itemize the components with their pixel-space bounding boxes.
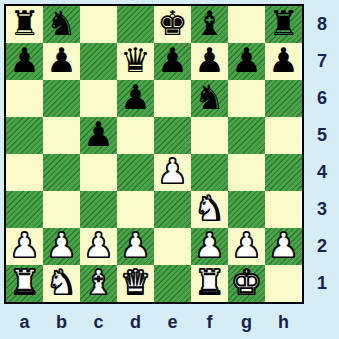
- square-f3[interactable]: ♞: [191, 191, 228, 228]
- rank-label-2: 2: [307, 228, 337, 265]
- square-e1[interactable]: [154, 265, 191, 302]
- square-g2[interactable]: ♟: [228, 228, 265, 265]
- square-b5[interactable]: [43, 117, 80, 154]
- file-label-a: a: [6, 307, 43, 337]
- square-h7[interactable]: ♟: [265, 43, 302, 80]
- black-pawn[interactable]: ♟: [157, 42, 187, 79]
- file-label-h: h: [265, 307, 302, 337]
- white-king[interactable]: ♚: [231, 264, 261, 301]
- square-e6[interactable]: [154, 80, 191, 117]
- white-rook[interactable]: ♜: [9, 264, 39, 301]
- rank-label-1: 1: [307, 265, 337, 302]
- square-a5[interactable]: [6, 117, 43, 154]
- square-c4[interactable]: [80, 154, 117, 191]
- black-pawn[interactable]: ♟: [120, 79, 150, 116]
- file-label-b: b: [43, 307, 80, 337]
- square-e7[interactable]: ♟: [154, 43, 191, 80]
- square-c1[interactable]: ♝: [80, 265, 117, 302]
- square-g6[interactable]: [228, 80, 265, 117]
- black-pawn[interactable]: ♟: [46, 42, 76, 79]
- square-d1[interactable]: ♛: [117, 265, 154, 302]
- square-d8[interactable]: [117, 6, 154, 43]
- white-bishop[interactable]: ♝: [83, 264, 113, 301]
- white-pawn[interactable]: ♟: [9, 227, 39, 264]
- square-a8[interactable]: ♜: [6, 6, 43, 43]
- square-a6[interactable]: [6, 80, 43, 117]
- black-rook[interactable]: ♜: [9, 5, 39, 42]
- square-b8[interactable]: ♞: [43, 6, 80, 43]
- white-knight[interactable]: ♞: [194, 190, 224, 227]
- white-queen[interactable]: ♛: [120, 264, 150, 301]
- file-label-e: e: [154, 307, 191, 337]
- square-f7[interactable]: ♟: [191, 43, 228, 80]
- square-f8[interactable]: ♝: [191, 6, 228, 43]
- square-g3[interactable]: [228, 191, 265, 228]
- white-pawn[interactable]: ♟: [194, 227, 224, 264]
- board-frame: ♜♞♚♝♜♟♟♛♟♟♟♟♟♞♟♟♞♟♟♟♟♟♟♟♜♞♝♛♜♚: [4, 4, 304, 304]
- square-b4[interactable]: [43, 154, 80, 191]
- square-d4[interactable]: [117, 154, 154, 191]
- square-e2[interactable]: [154, 228, 191, 265]
- square-g5[interactable]: [228, 117, 265, 154]
- square-d5[interactable]: [117, 117, 154, 154]
- square-b1[interactable]: ♞: [43, 265, 80, 302]
- black-pawn[interactable]: ♟: [9, 42, 39, 79]
- square-h4[interactable]: [265, 154, 302, 191]
- square-a1[interactable]: ♜: [6, 265, 43, 302]
- white-pawn[interactable]: ♟: [120, 227, 150, 264]
- black-rook[interactable]: ♜: [268, 5, 298, 42]
- chess-diagram: ♜♞♚♝♜♟♟♛♟♟♟♟♟♞♟♟♞♟♟♟♟♟♟♟♜♞♝♛♜♚ abcdefgh …: [0, 0, 339, 339]
- square-f1[interactable]: ♜: [191, 265, 228, 302]
- square-c5[interactable]: ♟: [80, 117, 117, 154]
- rank-label-6: 6: [307, 80, 337, 117]
- file-label-f: f: [191, 307, 228, 337]
- square-h1[interactable]: [265, 265, 302, 302]
- black-bishop[interactable]: ♝: [194, 5, 224, 42]
- square-e3[interactable]: [154, 191, 191, 228]
- square-f2[interactable]: ♟: [191, 228, 228, 265]
- rank-label-4: 4: [307, 154, 337, 191]
- square-f4[interactable]: [191, 154, 228, 191]
- square-c6[interactable]: [80, 80, 117, 117]
- file-label-c: c: [80, 307, 117, 337]
- square-e5[interactable]: [154, 117, 191, 154]
- white-pawn[interactable]: ♟: [83, 227, 113, 264]
- white-pawn[interactable]: ♟: [46, 227, 76, 264]
- square-h6[interactable]: [265, 80, 302, 117]
- square-g4[interactable]: [228, 154, 265, 191]
- square-a7[interactable]: ♟: [6, 43, 43, 80]
- white-pawn[interactable]: ♟: [231, 227, 261, 264]
- black-knight[interactable]: ♞: [194, 79, 224, 116]
- square-h8[interactable]: ♜: [265, 6, 302, 43]
- square-c8[interactable]: [80, 6, 117, 43]
- rank-label-3: 3: [307, 191, 337, 228]
- square-g8[interactable]: [228, 6, 265, 43]
- white-pawn[interactable]: ♟: [268, 227, 298, 264]
- square-d3[interactable]: [117, 191, 154, 228]
- square-f6[interactable]: ♞: [191, 80, 228, 117]
- square-d6[interactable]: ♟: [117, 80, 154, 117]
- chess-board: ♜♞♚♝♜♟♟♛♟♟♟♟♟♞♟♟♞♟♟♟♟♟♟♟♜♞♝♛♜♚: [6, 6, 302, 302]
- square-c3[interactable]: [80, 191, 117, 228]
- square-f5[interactable]: [191, 117, 228, 154]
- file-label-g: g: [228, 307, 265, 337]
- rank-label-8: 8: [307, 6, 337, 43]
- white-rook[interactable]: ♜: [194, 264, 224, 301]
- square-a4[interactable]: [6, 154, 43, 191]
- square-b6[interactable]: [43, 80, 80, 117]
- square-c7[interactable]: [80, 43, 117, 80]
- black-pawn[interactable]: ♟: [231, 42, 261, 79]
- square-d2[interactable]: ♟: [117, 228, 154, 265]
- square-c2[interactable]: ♟: [80, 228, 117, 265]
- square-e8[interactable]: ♚: [154, 6, 191, 43]
- black-knight[interactable]: ♞: [46, 5, 76, 42]
- square-g7[interactable]: ♟: [228, 43, 265, 80]
- square-h5[interactable]: [265, 117, 302, 154]
- white-pawn[interactable]: ♟: [157, 153, 187, 190]
- black-pawn[interactable]: ♟: [194, 42, 224, 79]
- black-queen[interactable]: ♛: [120, 42, 150, 79]
- black-pawn[interactable]: ♟: [268, 42, 298, 79]
- square-b2[interactable]: ♟: [43, 228, 80, 265]
- square-h3[interactable]: [265, 191, 302, 228]
- file-labels: abcdefgh: [6, 307, 302, 337]
- square-a3[interactable]: [6, 191, 43, 228]
- square-g1[interactable]: ♚: [228, 265, 265, 302]
- square-b7[interactable]: ♟: [43, 43, 80, 80]
- rank-labels: 87654321: [307, 6, 337, 302]
- rank-label-7: 7: [307, 43, 337, 80]
- rank-label-5: 5: [307, 117, 337, 154]
- square-b3[interactable]: [43, 191, 80, 228]
- square-h2[interactable]: ♟: [265, 228, 302, 265]
- file-label-d: d: [117, 307, 154, 337]
- square-e4[interactable]: ♟: [154, 154, 191, 191]
- square-a2[interactable]: ♟: [6, 228, 43, 265]
- white-knight[interactable]: ♞: [46, 264, 76, 301]
- square-d7[interactable]: ♛: [117, 43, 154, 80]
- black-king[interactable]: ♚: [157, 5, 187, 42]
- black-pawn[interactable]: ♟: [83, 116, 113, 153]
